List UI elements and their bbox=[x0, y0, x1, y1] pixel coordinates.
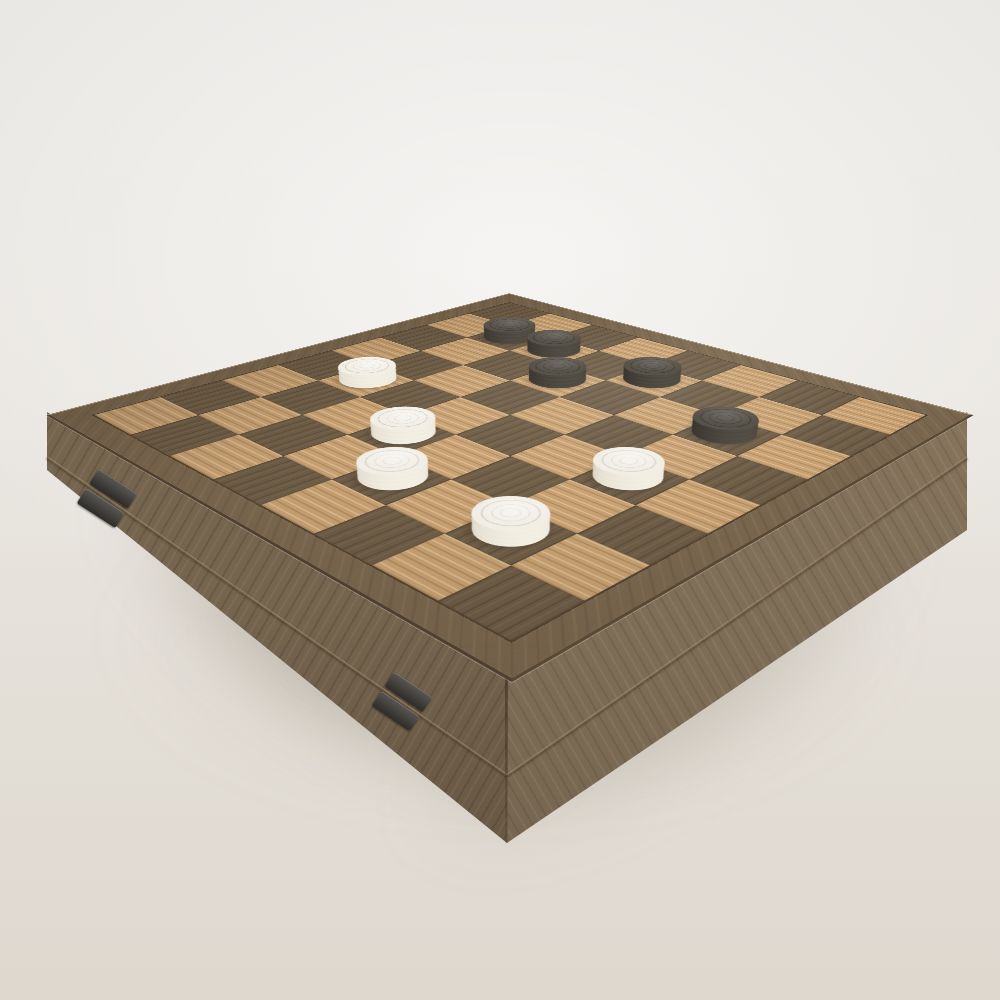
board-playing-surface bbox=[94, 303, 926, 641]
product-render-stage: Wooden checkers box set — 3D product ren… bbox=[0, 0, 1000, 1000]
checkers-board[interactable] bbox=[46, 293, 974, 682]
board-scene bbox=[0, 0, 1000, 1000]
